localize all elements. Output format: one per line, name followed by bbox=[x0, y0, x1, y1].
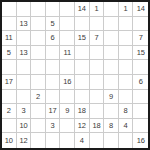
endpoint-number: 6 bbox=[51, 34, 55, 42]
cell-r10c10-endpoint-16[interactable]: 16 bbox=[133, 133, 148, 148]
cell-r9c2-endpoint-10[interactable]: 10 bbox=[17, 119, 32, 134]
endpoint-number: 16 bbox=[63, 78, 71, 86]
cell-r10c9[interactable] bbox=[119, 133, 134, 148]
cell-r2c3[interactable] bbox=[31, 17, 46, 32]
cell-r1c6-endpoint-14[interactable]: 14 bbox=[75, 2, 90, 17]
cell-r5c7[interactable] bbox=[90, 60, 105, 75]
endpoint-number: 4 bbox=[124, 122, 128, 130]
endpoint-number: 12 bbox=[19, 137, 27, 145]
cell-r9c4-endpoint-3[interactable]: 3 bbox=[46, 119, 61, 134]
cell-r8c4-endpoint-17[interactable]: 17 bbox=[46, 104, 61, 119]
cell-r8c3[interactable] bbox=[31, 104, 46, 119]
cell-r1c5[interactable] bbox=[60, 2, 75, 17]
cell-r1c9-endpoint-1[interactable]: 1 bbox=[119, 2, 134, 17]
cell-r5c3[interactable] bbox=[31, 60, 46, 75]
cell-r2c9[interactable] bbox=[119, 17, 134, 32]
endpoint-number: 14 bbox=[137, 5, 145, 13]
cell-r4c6[interactable] bbox=[75, 46, 90, 61]
cell-r7c2[interactable] bbox=[17, 90, 32, 105]
cell-r3c5[interactable] bbox=[60, 31, 75, 46]
endpoint-number: 11 bbox=[64, 49, 71, 57]
endpoint-number: 3 bbox=[21, 107, 25, 115]
cell-r10c1-endpoint-10[interactable]: 10 bbox=[2, 133, 17, 148]
cell-r5c6[interactable] bbox=[75, 60, 90, 75]
cell-r4c10-endpoint-15[interactable]: 15 bbox=[133, 46, 148, 61]
cell-r8c6-endpoint-18[interactable]: 18 bbox=[75, 104, 90, 119]
endpoint-number: 9 bbox=[109, 93, 113, 101]
cell-r10c5[interactable] bbox=[60, 133, 75, 148]
cell-r7c10[interactable] bbox=[133, 90, 148, 105]
cell-r9c1[interactable] bbox=[2, 119, 17, 134]
cell-r2c4-endpoint-5[interactable]: 5 bbox=[46, 17, 61, 32]
cell-r7c6[interactable] bbox=[75, 90, 90, 105]
cell-r1c8[interactable] bbox=[104, 2, 119, 17]
cell-r2c6[interactable] bbox=[75, 17, 90, 32]
endpoint-number: 2 bbox=[36, 93, 40, 101]
cell-r2c10[interactable] bbox=[133, 17, 148, 32]
cell-r4c7[interactable] bbox=[90, 46, 105, 61]
cell-r6c6[interactable] bbox=[75, 75, 90, 90]
cell-r10c6-endpoint-4[interactable]: 4 bbox=[75, 133, 90, 148]
cell-r5c1[interactable] bbox=[2, 60, 17, 75]
cell-r6c1-endpoint-17[interactable]: 17 bbox=[2, 75, 17, 90]
cell-r9c7-endpoint-18[interactable]: 18 bbox=[90, 119, 105, 134]
endpoint-number: 13 bbox=[19, 20, 27, 28]
cell-r9c3[interactable] bbox=[31, 119, 46, 134]
endpoint-number: 11 bbox=[5, 34, 12, 42]
cell-r4c2-endpoint-13[interactable]: 13 bbox=[17, 46, 32, 61]
cell-r9c9-endpoint-4[interactable]: 4 bbox=[119, 119, 134, 134]
endpoint-number: 15 bbox=[78, 34, 86, 42]
endpoint-number: 1 bbox=[124, 5, 128, 13]
cell-r2c8[interactable] bbox=[104, 17, 119, 32]
endpoint-number: 5 bbox=[7, 49, 11, 57]
cell-r3c10-endpoint-7[interactable]: 7 bbox=[133, 31, 148, 46]
cell-r9c10[interactable] bbox=[133, 119, 148, 134]
cell-r5c5[interactable] bbox=[60, 60, 75, 75]
cell-r8c10[interactable] bbox=[133, 104, 148, 119]
cell-r6c4[interactable] bbox=[46, 75, 61, 90]
cell-r3c4-endpoint-6[interactable]: 6 bbox=[46, 31, 61, 46]
cell-r1c3[interactable] bbox=[31, 2, 46, 17]
cell-r9c8-endpoint-8[interactable]: 8 bbox=[104, 119, 119, 134]
endpoint-number: 12 bbox=[78, 122, 86, 130]
cell-r7c3-endpoint-2[interactable]: 2 bbox=[31, 90, 46, 105]
cell-r5c2[interactable] bbox=[17, 60, 32, 75]
cell-r1c10-endpoint-14[interactable]: 14 bbox=[133, 2, 148, 17]
cell-r6c2[interactable] bbox=[17, 75, 32, 90]
cell-r8c9-endpoint-8[interactable]: 8 bbox=[119, 104, 134, 119]
cell-r3c2[interactable] bbox=[17, 31, 32, 46]
cell-r8c5-endpoint-9[interactable]: 9 bbox=[60, 104, 75, 119]
cell-r6c7[interactable] bbox=[90, 75, 105, 90]
endpoint-number: 7 bbox=[94, 34, 98, 42]
endpoint-number: 18 bbox=[92, 122, 100, 130]
cell-r7c4[interactable] bbox=[46, 90, 61, 105]
endpoint-number: 9 bbox=[65, 107, 69, 115]
cell-r3c3[interactable] bbox=[31, 31, 46, 46]
cell-r3c8[interactable] bbox=[104, 31, 119, 46]
endpoint-number: 6 bbox=[139, 78, 143, 86]
cell-r8c7[interactable] bbox=[90, 104, 105, 119]
endpoint-number: 18 bbox=[78, 107, 86, 115]
endpoint-number: 2 bbox=[7, 107, 11, 115]
cell-r3c1-endpoint-11[interactable]: 11 bbox=[2, 31, 17, 46]
cell-r7c9[interactable] bbox=[119, 90, 134, 105]
endpoint-number: 1 bbox=[94, 5, 98, 13]
cell-r1c7-endpoint-1[interactable]: 1 bbox=[90, 2, 105, 17]
endpoint-number: 3 bbox=[51, 122, 55, 130]
cell-r2c5[interactable] bbox=[60, 17, 75, 32]
cell-r2c1[interactable] bbox=[2, 17, 17, 32]
cell-r6c8[interactable] bbox=[104, 75, 119, 90]
cell-r10c8[interactable] bbox=[104, 133, 119, 148]
cell-r4c8[interactable] bbox=[104, 46, 119, 61]
cell-r5c10[interactable] bbox=[133, 60, 148, 75]
cell-r6c9[interactable] bbox=[119, 75, 134, 90]
cell-r10c2-endpoint-12[interactable]: 12 bbox=[17, 133, 32, 148]
endpoint-number: 16 bbox=[137, 137, 145, 145]
cell-r2c7[interactable] bbox=[90, 17, 105, 32]
cell-r6c10-endpoint-6[interactable]: 6 bbox=[133, 75, 148, 90]
cell-r3c7-endpoint-7[interactable]: 7 bbox=[90, 31, 105, 46]
endpoint-number: 4 bbox=[80, 137, 84, 145]
endpoint-number: 17 bbox=[5, 78, 13, 86]
cell-r6c5-endpoint-16[interactable]: 16 bbox=[60, 75, 75, 90]
cell-r6c3[interactable] bbox=[31, 75, 46, 90]
endpoint-number: 17 bbox=[49, 107, 57, 115]
endpoint-number: 15 bbox=[137, 49, 145, 57]
cell-r7c7[interactable] bbox=[90, 90, 105, 105]
cell-r8c1-endpoint-2[interactable]: 2 bbox=[2, 104, 17, 119]
cell-r10c3[interactable] bbox=[31, 133, 46, 148]
endpoint-number: 8 bbox=[109, 122, 113, 130]
cell-r2c2-endpoint-13[interactable]: 13 bbox=[17, 17, 32, 32]
endpoint-number: 13 bbox=[19, 49, 27, 57]
cell-r9c6-endpoint-12[interactable]: 12 bbox=[75, 119, 90, 134]
cell-r4c1-endpoint-5[interactable]: 5 bbox=[2, 46, 17, 61]
cell-r8c8[interactable] bbox=[104, 104, 119, 119]
cell-r3c6-endpoint-15[interactable]: 15 bbox=[75, 31, 90, 46]
numberlink-board: 1411141351161577513111517166292317918810… bbox=[0, 0, 150, 150]
cell-r1c2[interactable] bbox=[17, 2, 32, 17]
cell-r5c4[interactable] bbox=[46, 60, 61, 75]
cell-r9c5[interactable] bbox=[60, 119, 75, 134]
cell-r5c9[interactable] bbox=[119, 60, 134, 75]
endpoint-number: 8 bbox=[124, 107, 128, 115]
cell-r10c4[interactable] bbox=[46, 133, 61, 148]
cell-r7c8-endpoint-9[interactable]: 9 bbox=[104, 90, 119, 105]
endpoint-number: 10 bbox=[5, 137, 13, 145]
cell-r4c5-endpoint-11[interactable]: 11 bbox=[60, 46, 75, 61]
endpoint-number: 7 bbox=[139, 34, 143, 42]
cell-r4c4[interactable] bbox=[46, 46, 61, 61]
endpoint-number: 14 bbox=[78, 5, 86, 13]
cell-r4c9[interactable] bbox=[119, 46, 134, 61]
endpoint-number: 5 bbox=[51, 20, 55, 28]
cell-r1c1[interactable] bbox=[2, 2, 17, 17]
cell-r10c7[interactable] bbox=[90, 133, 105, 148]
cell-r7c1[interactable] bbox=[2, 90, 17, 105]
cell-r5c8[interactable] bbox=[104, 60, 119, 75]
cell-r7c5[interactable] bbox=[60, 90, 75, 105]
cell-r3c9[interactable] bbox=[119, 31, 134, 46]
cell-r4c3[interactable] bbox=[31, 46, 46, 61]
cell-r8c2-endpoint-3[interactable]: 3 bbox=[17, 104, 32, 119]
cell-r1c4[interactable] bbox=[46, 2, 61, 17]
endpoint-number: 10 bbox=[19, 122, 27, 130]
